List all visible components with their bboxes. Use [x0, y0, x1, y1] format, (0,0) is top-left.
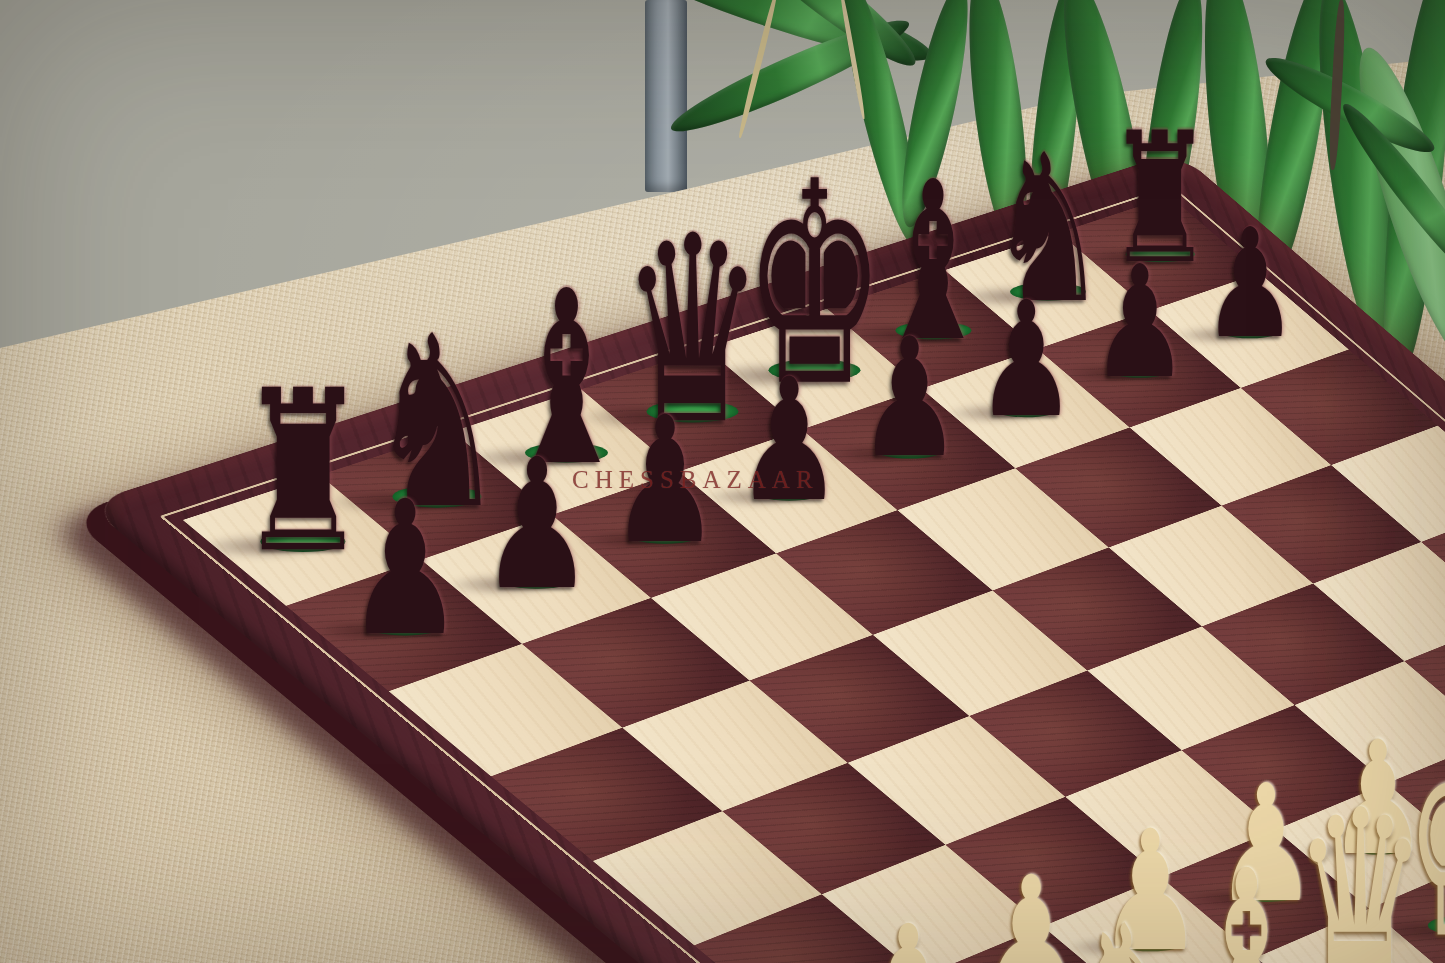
- piece-black-pawn-b7[interactable]: ♟: [480, 478, 594, 605]
- piece-black-pawn-e7[interactable]: ♟: [858, 357, 962, 473]
- black-pawn-icon: ♟: [1091, 245, 1189, 400]
- watermark: CHESSBAZAAR: [572, 466, 819, 494]
- white-bishop-icon: ♝: [1186, 843, 1306, 963]
- white-knight-icon: ♞: [1065, 897, 1193, 963]
- piece-white-queen-d1[interactable]: ♛: [1293, 853, 1427, 963]
- piece-black-pawn-d7[interactable]: ♟: [736, 396, 843, 515]
- black-pawn-icon: ♟: [736, 356, 843, 525]
- white-queen-icon: ♛: [1293, 779, 1427, 963]
- piece-white-knight-b1[interactable]: ♞: [1065, 960, 1193, 963]
- black-pawn-icon: ♟: [346, 477, 463, 662]
- piece-white-bishop-c1[interactable]: ♝: [1186, 915, 1306, 963]
- black-pawn-icon: ♟: [1203, 210, 1298, 361]
- piece-black-pawn-h7[interactable]: ♟: [1203, 245, 1298, 351]
- piece-black-pawn-c7[interactable]: ♟: [610, 436, 720, 559]
- piece-black-pawn-f7[interactable]: ♟: [976, 318, 1077, 430]
- black-pawn-icon: ♟: [858, 318, 962, 482]
- piece-black-pawn-g7[interactable]: ♟: [1091, 281, 1189, 390]
- black-pawn-icon: ♟: [976, 281, 1077, 440]
- black-pawn-icon: ♟: [480, 435, 594, 615]
- photo-canvas: ♜♞♝♛♚♝♞♜♟♟♟♟♟♟♟♟♟♟♟♟♟♟♟♟♜♞♝♛♚♝♞♜ CHESSBA…: [0, 0, 1445, 963]
- metal-pole: [645, 0, 687, 192]
- piece-black-pawn-a7[interactable]: ♟: [346, 521, 463, 652]
